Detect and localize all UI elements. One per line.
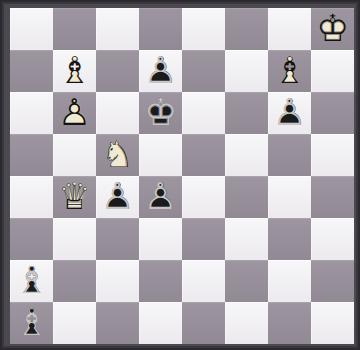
square-e8[interactable]: [182, 8, 225, 50]
square-d5[interactable]: [139, 134, 182, 176]
white-queen[interactable]: ♛♕: [53, 176, 96, 218]
square-b2[interactable]: [53, 260, 96, 302]
black-bishop[interactable]: ♝♗: [10, 260, 53, 302]
white-bishop[interactable]: ♝♗: [53, 50, 96, 92]
chess-app-window: ♚♔♝♗♟♙♝♗♟♙♚♔♟♙♞♘♛♕♟♙♟♙♝♗♝♗: [0, 0, 360, 350]
square-h3[interactable]: [311, 218, 354, 260]
black-king-outline: ♔: [139, 92, 182, 134]
square-h7[interactable]: [311, 50, 354, 92]
square-e2[interactable]: [182, 260, 225, 302]
square-b7[interactable]: ♝♗: [53, 50, 96, 92]
square-a4[interactable]: [10, 176, 53, 218]
white-bishop-outline: ♗: [268, 50, 311, 92]
square-h2[interactable]: [311, 260, 354, 302]
square-b4[interactable]: ♛♕: [53, 176, 96, 218]
white-king[interactable]: ♚♔: [311, 8, 354, 50]
square-g1[interactable]: [268, 302, 311, 344]
black-pawn-outline: ♙: [96, 176, 139, 218]
black-pawn[interactable]: ♟♙: [139, 176, 182, 218]
square-f7[interactable]: [225, 50, 268, 92]
square-g5[interactable]: [268, 134, 311, 176]
square-e6[interactable]: [182, 92, 225, 134]
black-bishop-outline: ♗: [10, 260, 53, 302]
square-b8[interactable]: [53, 8, 96, 50]
square-g4[interactable]: [268, 176, 311, 218]
square-b6[interactable]: ♟♙: [53, 92, 96, 134]
white-bishop-outline: ♗: [53, 50, 96, 92]
square-a6[interactable]: [10, 92, 53, 134]
white-knight[interactable]: ♞♘: [96, 134, 139, 176]
square-b1[interactable]: [53, 302, 96, 344]
square-f4[interactable]: [225, 176, 268, 218]
black-pawn-outline: ♙: [268, 92, 311, 134]
white-queen-outline: ♕: [53, 176, 96, 218]
square-c5[interactable]: ♞♘: [96, 134, 139, 176]
square-h8[interactable]: ♚♔: [311, 8, 354, 50]
square-f8[interactable]: [225, 8, 268, 50]
black-king[interactable]: ♚♔: [139, 92, 182, 134]
square-c2[interactable]: [96, 260, 139, 302]
square-h5[interactable]: [311, 134, 354, 176]
square-c1[interactable]: [96, 302, 139, 344]
black-pawn-outline: ♙: [139, 50, 182, 92]
square-c3[interactable]: [96, 218, 139, 260]
white-bishop[interactable]: ♝♗: [268, 50, 311, 92]
square-d6[interactable]: ♚♔: [139, 92, 182, 134]
square-a8[interactable]: [10, 8, 53, 50]
black-bishop-outline: ♗: [10, 302, 53, 344]
square-b5[interactable]: [53, 134, 96, 176]
square-c4[interactable]: ♟♙: [96, 176, 139, 218]
square-d8[interactable]: [139, 8, 182, 50]
square-c6[interactable]: [96, 92, 139, 134]
square-d3[interactable]: [139, 218, 182, 260]
square-g6[interactable]: ♟♙: [268, 92, 311, 134]
black-pawn[interactable]: ♟♙: [96, 176, 139, 218]
white-pawn-outline: ♙: [53, 92, 96, 134]
square-a2[interactable]: ♝♗: [10, 260, 53, 302]
square-h1[interactable]: [311, 302, 354, 344]
square-a7[interactable]: [10, 50, 53, 92]
square-f2[interactable]: [225, 260, 268, 302]
square-g7[interactable]: ♝♗: [268, 50, 311, 92]
white-knight-outline: ♘: [96, 134, 139, 176]
square-d4[interactable]: ♟♙: [139, 176, 182, 218]
black-pawn-outline: ♙: [139, 176, 182, 218]
square-h6[interactable]: [311, 92, 354, 134]
square-a3[interactable]: [10, 218, 53, 260]
black-pawn[interactable]: ♟♙: [139, 50, 182, 92]
square-f6[interactable]: [225, 92, 268, 134]
black-pawn[interactable]: ♟♙: [268, 92, 311, 134]
square-e3[interactable]: [182, 218, 225, 260]
square-g3[interactable]: [268, 218, 311, 260]
board: ♚♔♝♗♟♙♝♗♟♙♚♔♟♙♞♘♛♕♟♙♟♙♝♗♝♗: [10, 8, 354, 344]
square-g8[interactable]: [268, 8, 311, 50]
square-g2[interactable]: [268, 260, 311, 302]
square-d2[interactable]: [139, 260, 182, 302]
square-e5[interactable]: [182, 134, 225, 176]
square-c8[interactable]: [96, 8, 139, 50]
square-f1[interactable]: [225, 302, 268, 344]
square-d7[interactable]: ♟♙: [139, 50, 182, 92]
black-bishop[interactable]: ♝♗: [10, 302, 53, 344]
square-e4[interactable]: [182, 176, 225, 218]
square-f5[interactable]: [225, 134, 268, 176]
square-a1[interactable]: ♝♗: [10, 302, 53, 344]
square-a5[interactable]: [10, 134, 53, 176]
square-f3[interactable]: [225, 218, 268, 260]
white-pawn[interactable]: ♟♙: [53, 92, 96, 134]
square-b3[interactable]: [53, 218, 96, 260]
square-c7[interactable]: [96, 50, 139, 92]
square-d1[interactable]: [139, 302, 182, 344]
white-king-outline: ♔: [311, 8, 354, 50]
square-e1[interactable]: [182, 302, 225, 344]
square-e7[interactable]: [182, 50, 225, 92]
square-h4[interactable]: [311, 176, 354, 218]
